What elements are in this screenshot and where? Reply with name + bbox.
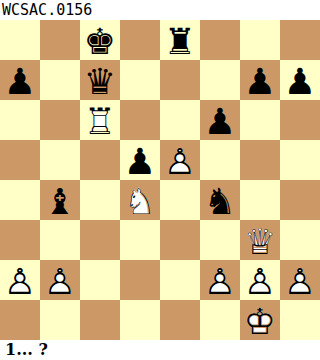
black-knight: ♞ [200,180,240,220]
white-queen: ♛♕ [240,220,280,260]
square-a7[interactable]: ♟ [0,60,40,100]
square-c1[interactable] [80,300,120,340]
square-c5[interactable] [80,140,120,180]
square-b5[interactable] [40,140,80,180]
square-h6[interactable] [280,100,320,140]
white-pawn: ♟♙ [40,260,80,300]
square-f8[interactable] [200,20,240,60]
black-pawn: ♟ [200,100,240,140]
black-pawn: ♟ [280,60,320,100]
square-c4[interactable] [80,180,120,220]
square-g8[interactable] [240,20,280,60]
white-king: ♚♔ [240,300,280,340]
square-b6[interactable] [40,100,80,140]
black-pawn: ♟ [0,60,40,100]
square-a3[interactable] [0,220,40,260]
white-pawn: ♟♙ [0,260,40,300]
chess-board: ♚♜♟♛♟♟♜♖♟♟♟♙♝♞♘♞♛♕♟♙♟♙♟♙♟♙♟♙♚♔ [0,20,320,340]
square-d2[interactable] [120,260,160,300]
square-c2[interactable] [80,260,120,300]
black-rook: ♜ [160,20,200,60]
square-h1[interactable] [280,300,320,340]
square-c3[interactable] [80,220,120,260]
square-a8[interactable] [0,20,40,60]
square-h7[interactable]: ♟ [280,60,320,100]
square-d3[interactable] [120,220,160,260]
square-f4[interactable]: ♞ [200,180,240,220]
square-f3[interactable] [200,220,240,260]
square-h3[interactable] [280,220,320,260]
square-f7[interactable] [200,60,240,100]
square-h4[interactable] [280,180,320,220]
square-e8[interactable]: ♜ [160,20,200,60]
white-pawn: ♟♙ [280,260,320,300]
square-a2[interactable]: ♟♙ [0,260,40,300]
square-a6[interactable] [0,100,40,140]
square-e5[interactable]: ♟♙ [160,140,200,180]
square-f5[interactable] [200,140,240,180]
square-g7[interactable]: ♟ [240,60,280,100]
square-b7[interactable] [40,60,80,100]
square-f2[interactable]: ♟♙ [200,260,240,300]
square-c6[interactable]: ♜♖ [80,100,120,140]
square-g1[interactable]: ♚♔ [240,300,280,340]
black-pawn: ♟ [240,60,280,100]
square-e1[interactable] [160,300,200,340]
puzzle-id-title: WCSAC.0156 [0,0,320,20]
square-e7[interactable] [160,60,200,100]
square-e4[interactable] [160,180,200,220]
square-f6[interactable]: ♟ [200,100,240,140]
square-a1[interactable] [0,300,40,340]
square-h2[interactable]: ♟♙ [280,260,320,300]
white-pawn: ♟♙ [240,260,280,300]
square-a4[interactable] [0,180,40,220]
square-c8[interactable]: ♚ [80,20,120,60]
square-f1[interactable] [200,300,240,340]
square-g5[interactable] [240,140,280,180]
square-g4[interactable] [240,180,280,220]
black-pawn: ♟ [120,140,160,180]
square-e6[interactable] [160,100,200,140]
square-a5[interactable] [0,140,40,180]
square-c7[interactable]: ♛ [80,60,120,100]
white-rook: ♜♖ [80,100,120,140]
white-pawn: ♟♙ [200,260,240,300]
black-king: ♚ [80,20,120,60]
chess-puzzle-window: WCSAC.0156 ♚♜♟♛♟♟♜♖♟♟♟♙♝♞♘♞♛♕♟♙♟♙♟♙♟♙♟♙♚… [0,0,320,360]
square-g3[interactable]: ♛♕ [240,220,280,260]
square-d7[interactable] [120,60,160,100]
square-b3[interactable] [40,220,80,260]
square-d5[interactable]: ♟ [120,140,160,180]
square-b4[interactable]: ♝ [40,180,80,220]
square-g6[interactable] [240,100,280,140]
square-d1[interactable] [120,300,160,340]
square-d4[interactable]: ♞♘ [120,180,160,220]
square-e3[interactable] [160,220,200,260]
square-b1[interactable] [40,300,80,340]
square-b8[interactable] [40,20,80,60]
square-g2[interactable]: ♟♙ [240,260,280,300]
black-queen: ♛ [80,60,120,100]
black-bishop: ♝ [40,180,80,220]
square-e2[interactable] [160,260,200,300]
square-h5[interactable] [280,140,320,180]
white-pawn: ♟♙ [160,140,200,180]
square-h8[interactable] [280,20,320,60]
square-b2[interactable]: ♟♙ [40,260,80,300]
white-knight: ♞♘ [120,180,160,220]
square-d8[interactable] [120,20,160,60]
square-d6[interactable] [120,100,160,140]
move-prompt: 1... ? [0,340,320,360]
